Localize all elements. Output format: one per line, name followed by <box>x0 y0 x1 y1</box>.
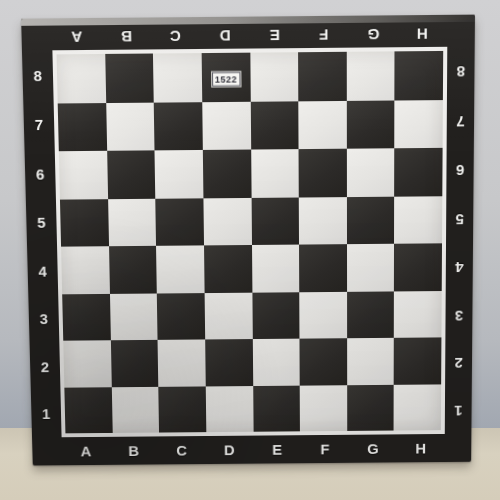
square-a6 <box>59 151 108 199</box>
rank-label-left-6: 6 <box>25 149 56 198</box>
square-h3 <box>394 291 442 338</box>
file-label-top-e: E <box>250 22 300 48</box>
square-a7 <box>58 103 107 152</box>
chess-board: ABCDEFGH ABCDEFGH 87654321 87654321 1522 <box>21 15 475 466</box>
square-g8 <box>347 51 395 100</box>
rank-label-left-4: 4 <box>27 247 58 295</box>
file-label-bottom-e: E <box>253 435 301 463</box>
square-b2 <box>111 340 159 387</box>
square-d2 <box>205 339 253 386</box>
square-d5 <box>203 197 251 245</box>
square-d7 <box>202 101 251 150</box>
rank-label-right-8: 8 <box>447 47 475 97</box>
rank-label-left-1: 1 <box>31 390 62 437</box>
square-b3 <box>110 293 158 340</box>
square-f7 <box>298 100 346 149</box>
rank-label-left-7: 7 <box>23 100 55 150</box>
rank-label-right-1: 1 <box>445 387 472 434</box>
square-f5 <box>299 197 347 245</box>
square-a4 <box>61 246 110 294</box>
square-e4 <box>252 245 300 293</box>
rank-label-left-8: 8 <box>22 50 54 100</box>
square-b7 <box>106 102 155 151</box>
file-label-top-d: D <box>200 23 250 49</box>
file-label-top-a: A <box>52 24 102 50</box>
square-f4 <box>299 244 347 292</box>
square-b6 <box>107 150 156 198</box>
square-f3 <box>299 291 347 338</box>
square-e1 <box>253 385 300 432</box>
square-c1 <box>159 386 207 433</box>
square-b1 <box>111 386 159 433</box>
rank-label-right-4: 4 <box>446 243 473 291</box>
square-b8 <box>105 54 154 103</box>
square-d8: 1522 <box>202 53 251 102</box>
square-h2 <box>394 337 441 384</box>
square-h6 <box>394 148 442 196</box>
square-h4 <box>394 243 442 291</box>
square-c2 <box>158 339 206 386</box>
square-a2 <box>63 340 111 387</box>
square-d3 <box>204 292 252 339</box>
square-d1 <box>206 386 253 433</box>
square-g3 <box>347 291 394 338</box>
square-e5 <box>251 197 299 245</box>
square-g5 <box>347 196 395 244</box>
square-g4 <box>347 244 395 292</box>
rank-label-right-5: 5 <box>446 194 473 243</box>
file-label-top-h: H <box>398 21 448 47</box>
square-g6 <box>347 148 395 196</box>
square-c8 <box>153 53 202 102</box>
square-g1 <box>347 384 394 431</box>
square-e3 <box>252 292 300 339</box>
file-label-bottom-b: B <box>109 436 157 464</box>
square-g2 <box>347 338 394 385</box>
square-d4 <box>204 245 252 293</box>
rank-label-right-7: 7 <box>447 96 475 146</box>
square-c3 <box>157 293 205 340</box>
square-a5 <box>60 199 109 247</box>
rank-label-left-2: 2 <box>30 343 61 391</box>
square-e8 <box>250 52 299 101</box>
file-label-bottom-h: H <box>397 434 445 462</box>
square-d6 <box>203 150 251 198</box>
playfield: 1522 <box>52 47 447 437</box>
square-e7 <box>250 101 298 150</box>
square-a1 <box>64 387 112 434</box>
file-label-top-b: B <box>101 24 151 50</box>
square-b4 <box>109 246 157 294</box>
rank-labels-right: 87654321 <box>445 47 475 434</box>
file-labels-top: ABCDEFGH <box>52 21 448 50</box>
square-e2 <box>252 339 300 386</box>
square-f6 <box>299 149 347 197</box>
file-label-bottom-a: A <box>62 437 110 465</box>
square-c7 <box>154 102 203 151</box>
rank-label-right-2: 2 <box>445 339 472 387</box>
square-f1 <box>300 385 347 432</box>
file-label-top-g: G <box>349 21 398 47</box>
rank-label-right-6: 6 <box>446 146 474 195</box>
square-e6 <box>251 149 299 197</box>
photo-background: ABCDEFGH ABCDEFGH 87654321 87654321 1522 <box>0 0 500 500</box>
square-g7 <box>347 100 395 149</box>
square-h7 <box>395 100 443 149</box>
file-label-top-c: C <box>151 23 201 49</box>
square-f8 <box>298 52 346 101</box>
lot-number-sticker: 1522 <box>212 72 241 87</box>
square-c4 <box>156 245 204 293</box>
file-labels-bottom: ABCDEFGH <box>62 434 445 465</box>
square-h5 <box>394 196 442 244</box>
file-label-bottom-d: D <box>205 436 253 464</box>
file-label-bottom-c: C <box>157 436 205 464</box>
rank-label-left-5: 5 <box>26 198 57 247</box>
file-label-bottom-f: F <box>301 435 349 463</box>
square-c6 <box>155 150 204 198</box>
square-h1 <box>394 384 441 431</box>
rank-label-right-3: 3 <box>445 291 472 339</box>
square-c5 <box>156 198 204 246</box>
file-label-bottom-g: G <box>349 434 397 462</box>
square-f2 <box>300 338 347 385</box>
rank-label-left-3: 3 <box>28 295 59 343</box>
square-a3 <box>62 293 110 340</box>
square-h8 <box>395 51 443 100</box>
square-b5 <box>108 198 157 246</box>
file-label-top-f: F <box>299 22 348 48</box>
square-a8 <box>57 54 106 103</box>
